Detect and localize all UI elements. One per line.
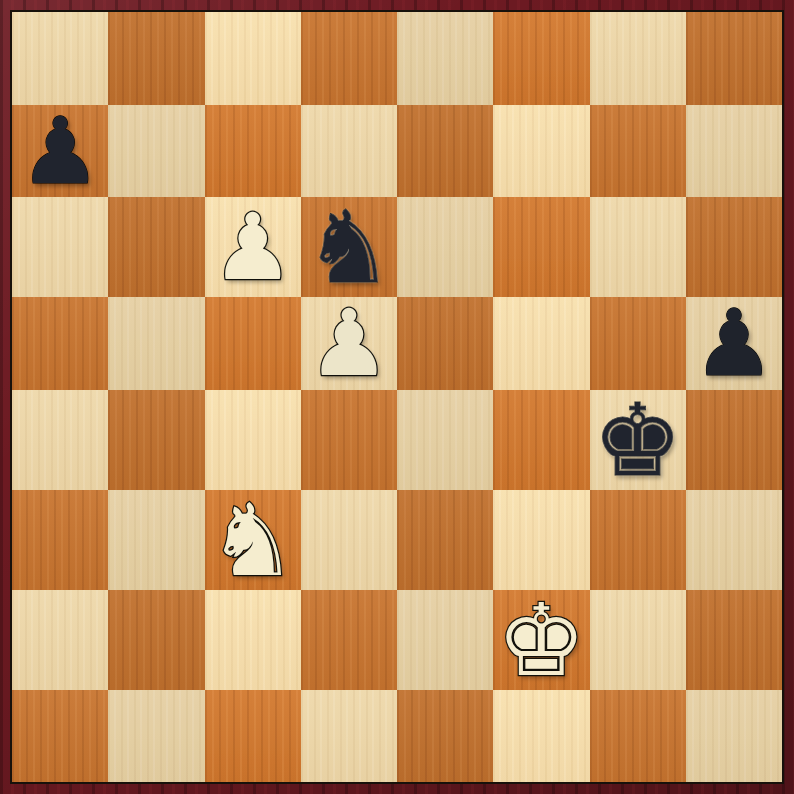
square-e8[interactable]	[397, 12, 493, 105]
piece-white-pawn[interactable]: ♟	[211, 202, 293, 294]
square-f6[interactable]	[493, 197, 589, 297]
square-b2[interactable]	[108, 590, 204, 690]
square-g3[interactable]	[590, 490, 686, 590]
square-b7[interactable]	[108, 105, 204, 198]
square-e1[interactable]	[397, 690, 493, 783]
square-c1[interactable]	[205, 690, 301, 783]
piece-white-knight[interactable]: ♞	[208, 491, 298, 591]
square-f3[interactable]	[493, 490, 589, 590]
square-b6[interactable]	[108, 197, 204, 297]
square-f7[interactable]	[493, 105, 589, 198]
square-f5[interactable]	[493, 297, 589, 390]
square-a4[interactable]	[12, 390, 108, 490]
square-a5[interactable]	[12, 297, 108, 390]
square-b8[interactable]	[108, 12, 204, 105]
square-b5[interactable]	[108, 297, 204, 390]
square-g8[interactable]	[590, 12, 686, 105]
square-c5[interactable]	[205, 297, 301, 390]
square-c7[interactable]	[205, 105, 301, 198]
square-g2[interactable]	[590, 590, 686, 690]
square-e5[interactable]	[397, 297, 493, 390]
square-h4[interactable]	[686, 390, 782, 490]
piece-black-knight[interactable]: ♞	[304, 198, 394, 298]
square-g5[interactable]	[590, 297, 686, 390]
square-d4[interactable]	[301, 390, 397, 490]
square-h2[interactable]	[686, 590, 782, 690]
square-h7[interactable]	[686, 105, 782, 198]
square-g6[interactable]	[590, 197, 686, 297]
square-h8[interactable]	[686, 12, 782, 105]
square-h3[interactable]	[686, 490, 782, 590]
square-b4[interactable]	[108, 390, 204, 490]
square-b3[interactable]	[108, 490, 204, 590]
square-h6[interactable]	[686, 197, 782, 297]
square-g7[interactable]	[590, 105, 686, 198]
square-c2[interactable]	[205, 590, 301, 690]
square-e4[interactable]	[397, 390, 493, 490]
square-d5[interactable]: ♟	[301, 297, 397, 390]
square-c8[interactable]	[205, 12, 301, 105]
square-c4[interactable]	[205, 390, 301, 490]
square-f2[interactable]: ♚	[493, 590, 589, 690]
square-f4[interactable]	[493, 390, 589, 490]
square-d3[interactable]	[301, 490, 397, 590]
square-h1[interactable]	[686, 690, 782, 783]
board-frame: ♟♟♞♟♟♚♞♚	[0, 0, 794, 794]
square-c6[interactable]: ♟	[205, 197, 301, 297]
square-e7[interactable]	[397, 105, 493, 198]
square-a7[interactable]: ♟	[12, 105, 108, 198]
square-d7[interactable]	[301, 105, 397, 198]
chess-board: ♟♟♞♟♟♚♞♚	[10, 10, 784, 784]
square-a3[interactable]	[12, 490, 108, 590]
square-g4[interactable]: ♚	[590, 390, 686, 490]
square-a2[interactable]	[12, 590, 108, 690]
piece-white-pawn[interactable]: ♟	[308, 298, 390, 390]
square-f8[interactable]	[493, 12, 589, 105]
square-d2[interactable]	[301, 590, 397, 690]
square-g1[interactable]	[590, 690, 686, 783]
square-d6[interactable]: ♞	[301, 197, 397, 297]
square-e2[interactable]	[397, 590, 493, 690]
square-b1[interactable]	[108, 690, 204, 783]
square-h5[interactable]: ♟	[686, 297, 782, 390]
piece-black-king[interactable]: ♚	[593, 391, 683, 491]
square-c3[interactable]: ♞	[205, 490, 301, 590]
piece-white-king[interactable]: ♚	[497, 591, 587, 691]
square-a6[interactable]	[12, 197, 108, 297]
square-e3[interactable]	[397, 490, 493, 590]
square-f1[interactable]	[493, 690, 589, 783]
square-d1[interactable]	[301, 690, 397, 783]
square-e6[interactable]	[397, 197, 493, 297]
square-a1[interactable]	[12, 690, 108, 783]
piece-black-pawn[interactable]: ♟	[693, 298, 775, 390]
square-d8[interactable]	[301, 12, 397, 105]
square-a8[interactable]	[12, 12, 108, 105]
piece-black-pawn[interactable]: ♟	[19, 106, 101, 198]
